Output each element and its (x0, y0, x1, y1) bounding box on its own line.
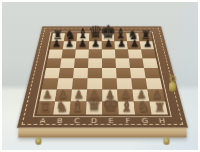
square-b6[interactable] (61, 49, 75, 58)
square-e4[interactable] (102, 68, 117, 78)
piece-black-pawn[interactable]: ♟ (143, 39, 152, 49)
square-e6[interactable] (102, 49, 116, 58)
piece-black-pawn[interactable]: ♟ (65, 39, 74, 49)
square-d6[interactable] (88, 49, 102, 58)
square-d7[interactable]: ♟ (89, 41, 102, 49)
brass-ring-icon (170, 75, 177, 82)
piece-white-rook[interactable]: ♜ (39, 101, 51, 114)
square-g7[interactable]: ♟ (127, 41, 141, 49)
piece-black-pawn[interactable]: ♟ (130, 39, 139, 49)
square-b7[interactable]: ♟ (63, 41, 77, 49)
file-labels: ABCDEFGH (33, 117, 171, 126)
chess-board: ♜♞♝♛♚♝♞♜♟♟♟♟♟♟♟♟♟♟♟♟♟♟♟♟♜♞♝♛♚♝♞♜ ABCDEFG… (17, 26, 188, 127)
square-d5[interactable] (88, 58, 102, 68)
file-label-b: B (51, 117, 69, 126)
brass-foot-left (35, 138, 41, 145)
square-f7[interactable]: ♟ (114, 41, 128, 49)
board-squares: ♜♞♝♛♚♝♞♜♟♟♟♟♟♟♟♟♟♟♟♟♟♟♟♟♜♞♝♛♚♝♞♜ (35, 33, 169, 116)
square-c7[interactable]: ♟ (76, 41, 89, 49)
square-e5[interactable] (102, 58, 116, 68)
file-label-d: D (85, 117, 102, 126)
square-a5[interactable] (46, 58, 61, 68)
piece-black-pawn[interactable]: ♟ (78, 39, 87, 49)
piece-white-queen[interactable]: ♛ (86, 96, 102, 114)
square-g6[interactable] (128, 49, 142, 58)
square-c5[interactable] (74, 58, 88, 68)
square-h7[interactable]: ♟ (140, 41, 154, 49)
square-e1[interactable]: ♚ (102, 101, 118, 114)
square-c4[interactable] (73, 68, 88, 78)
board-front-edge (18, 128, 186, 138)
piece-white-bishop[interactable]: ♝ (120, 98, 134, 113)
piece-black-pawn[interactable]: ♟ (117, 39, 126, 49)
square-f1[interactable]: ♝ (118, 101, 135, 114)
square-g1[interactable]: ♞ (134, 101, 152, 114)
piece-black-pawn[interactable]: ♟ (91, 39, 100, 49)
square-f5[interactable] (115, 58, 130, 68)
piece-white-bishop[interactable]: ♝ (71, 98, 85, 113)
piece-black-pawn[interactable]: ♟ (52, 39, 61, 49)
square-e7[interactable]: ♟ (102, 41, 115, 49)
square-h6[interactable] (141, 49, 156, 58)
square-c1[interactable]: ♝ (70, 101, 87, 114)
file-label-h: H (153, 117, 172, 126)
file-label-a: A (33, 117, 52, 126)
file-label-c: C (68, 117, 86, 126)
file-label-g: G (136, 117, 154, 126)
square-b1[interactable]: ♞ (53, 101, 71, 114)
brass-foot-right (163, 138, 169, 145)
piece-white-knight[interactable]: ♞ (137, 100, 150, 114)
square-g5[interactable] (129, 58, 144, 68)
scene: ♜♞♝♛♚♝♞♜♟♟♟♟♟♟♟♟♟♟♟♟♟♟♟♟♜♞♝♛♚♝♞♜ ABCDEFG… (2, 2, 198, 150)
file-label-e: E (102, 117, 119, 126)
square-d1[interactable]: ♛ (86, 101, 102, 114)
brass-body-icon (168, 82, 176, 92)
square-h1[interactable]: ♜ (149, 101, 168, 114)
square-h4[interactable] (144, 68, 160, 78)
square-c6[interactable] (75, 49, 89, 58)
chess-set-photo: ♜♞♝♛♚♝♞♜♟♟♟♟♟♟♟♟♟♟♟♟♟♟♟♟♜♞♝♛♚♝♞♜ ABCDEFG… (0, 0, 200, 152)
piece-white-king[interactable]: ♚ (102, 95, 119, 114)
piece-white-knight[interactable]: ♞ (55, 100, 68, 114)
square-a6[interactable] (48, 49, 63, 58)
square-b5[interactable] (60, 58, 75, 68)
piece-black-pawn[interactable]: ♟ (104, 39, 113, 49)
square-a1[interactable]: ♜ (37, 101, 55, 114)
file-label-f: F (119, 117, 137, 126)
square-d4[interactable] (88, 68, 103, 78)
square-f6[interactable] (115, 49, 129, 58)
square-g4[interactable] (130, 68, 146, 78)
square-f4[interactable] (116, 68, 131, 78)
square-h5[interactable] (142, 58, 158, 68)
piece-white-rook[interactable]: ♜ (154, 101, 166, 114)
brass-ornament (167, 75, 177, 91)
square-b4[interactable] (58, 68, 74, 78)
